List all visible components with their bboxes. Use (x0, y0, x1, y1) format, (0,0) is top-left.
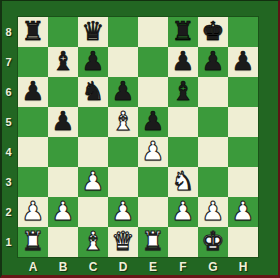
square-g8[interactable]: ♚ (198, 17, 228, 47)
square-f3[interactable]: ♞ (168, 167, 198, 197)
square-d6[interactable]: ♟ (108, 77, 138, 107)
square-c8[interactable]: ♛ (78, 17, 108, 47)
square-d3[interactable] (108, 167, 138, 197)
square-e6[interactable] (138, 77, 168, 107)
square-f5[interactable] (168, 107, 198, 137)
white-bishop: ♝ (111, 106, 134, 136)
square-g2[interactable]: ♟ (198, 197, 228, 227)
square-e5[interactable]: ♟ (138, 107, 168, 137)
square-c5[interactable] (78, 107, 108, 137)
square-h4[interactable] (228, 137, 258, 167)
square-d1[interactable]: ♛ (108, 227, 138, 257)
square-b4[interactable] (48, 137, 78, 167)
black-pawn: ♟ (51, 106, 74, 136)
white-knight: ♞ (171, 166, 194, 196)
rank-label-5: 5 (0, 107, 17, 137)
square-d8[interactable] (108, 17, 138, 47)
square-a6[interactable]: ♟ (18, 77, 48, 107)
square-h2[interactable]: ♟ (228, 197, 258, 227)
square-e2[interactable] (138, 197, 168, 227)
square-c2[interactable] (78, 197, 108, 227)
square-d5[interactable]: ♝ (108, 107, 138, 137)
file-label-c: C (78, 258, 108, 276)
square-e4[interactable]: ♟ (138, 137, 168, 167)
white-pawn: ♟ (171, 196, 194, 226)
black-pawn: ♟ (201, 46, 224, 76)
white-pawn: ♟ (111, 196, 134, 226)
square-a1[interactable]: ♜ (18, 227, 48, 257)
black-queen: ♛ (81, 16, 104, 46)
black-pawn: ♟ (171, 46, 194, 76)
black-pawn: ♟ (141, 106, 164, 136)
white-queen: ♛ (111, 226, 134, 256)
chess-diagram: ♜♛♜♚♝♟♟♟♟♟♞♟♝♟♝♟♟♟♞♟♟♟♟♟♟♜♝♛♜♚ 87654321 … (0, 0, 280, 278)
white-pawn: ♟ (81, 166, 104, 196)
white-bishop: ♝ (81, 226, 104, 256)
square-h7[interactable]: ♟ (228, 47, 258, 77)
white-pawn: ♟ (51, 196, 74, 226)
square-f7[interactable]: ♟ (168, 47, 198, 77)
white-pawn: ♟ (21, 196, 44, 226)
square-c1[interactable]: ♝ (78, 227, 108, 257)
rank-label-4: 4 (0, 137, 17, 167)
file-label-f: F (168, 258, 198, 276)
square-h6[interactable] (228, 77, 258, 107)
square-h3[interactable] (228, 167, 258, 197)
square-g6[interactable] (198, 77, 228, 107)
rank-label-3: 3 (0, 167, 17, 197)
square-c6[interactable]: ♞ (78, 77, 108, 107)
square-f8[interactable]: ♜ (168, 17, 198, 47)
black-pawn: ♟ (231, 46, 254, 76)
square-a3[interactable] (18, 167, 48, 197)
file-label-b: B (48, 258, 78, 276)
white-rook: ♜ (141, 226, 164, 256)
square-e3[interactable] (138, 167, 168, 197)
file-label-g: G (198, 258, 228, 276)
square-a2[interactable]: ♟ (18, 197, 48, 227)
square-e1[interactable]: ♜ (138, 227, 168, 257)
black-rook: ♜ (171, 16, 194, 46)
white-rook: ♜ (21, 226, 44, 256)
square-b1[interactable] (48, 227, 78, 257)
white-pawn: ♟ (231, 196, 254, 226)
chess-board: ♜♛♜♚♝♟♟♟♟♟♞♟♝♟♝♟♟♟♞♟♟♟♟♟♟♜♝♛♜♚ (18, 17, 258, 257)
square-e7[interactable] (138, 47, 168, 77)
rank-label-1: 1 (0, 227, 17, 257)
square-c7[interactable]: ♟ (78, 47, 108, 77)
square-d4[interactable] (108, 137, 138, 167)
black-bishop: ♝ (171, 76, 194, 106)
rank-label-7: 7 (0, 47, 17, 77)
square-e8[interactable] (138, 17, 168, 47)
square-g7[interactable]: ♟ (198, 47, 228, 77)
square-g3[interactable] (198, 167, 228, 197)
square-h8[interactable] (228, 17, 258, 47)
black-pawn: ♟ (81, 46, 104, 76)
black-knight: ♞ (81, 76, 104, 106)
white-pawn: ♟ (201, 196, 224, 226)
square-b3[interactable] (48, 167, 78, 197)
file-label-e: E (138, 258, 168, 276)
white-pawn: ♟ (141, 136, 164, 166)
square-g4[interactable] (198, 137, 228, 167)
black-pawn: ♟ (21, 76, 44, 106)
rank-label-8: 8 (0, 17, 17, 47)
square-f6[interactable]: ♝ (168, 77, 198, 107)
square-f1[interactable] (168, 227, 198, 257)
square-a8[interactable]: ♜ (18, 17, 48, 47)
square-b6[interactable] (48, 77, 78, 107)
square-f2[interactable]: ♟ (168, 197, 198, 227)
square-c3[interactable]: ♟ (78, 167, 108, 197)
square-f4[interactable] (168, 137, 198, 167)
black-pawn: ♟ (111, 76, 134, 106)
file-label-h: H (228, 258, 258, 276)
black-bishop: ♝ (51, 46, 74, 76)
square-h1[interactable] (228, 227, 258, 257)
square-a7[interactable] (18, 47, 48, 77)
square-a5[interactable] (18, 107, 48, 137)
white-king: ♚ (201, 226, 224, 256)
square-g5[interactable] (198, 107, 228, 137)
black-king: ♚ (201, 16, 224, 46)
square-h5[interactable] (228, 107, 258, 137)
square-b5[interactable]: ♟ (48, 107, 78, 137)
square-a4[interactable] (18, 137, 48, 167)
square-b8[interactable] (48, 17, 78, 47)
square-c4[interactable] (78, 137, 108, 167)
square-b2[interactable]: ♟ (48, 197, 78, 227)
square-b7[interactable]: ♝ (48, 47, 78, 77)
rank-label-2: 2 (0, 197, 17, 227)
square-g1[interactable]: ♚ (198, 227, 228, 257)
file-label-a: A (18, 258, 48, 276)
square-d2[interactable]: ♟ (108, 197, 138, 227)
file-label-d: D (108, 258, 138, 276)
rank-label-6: 6 (0, 77, 17, 107)
square-d7[interactable] (108, 47, 138, 77)
black-rook: ♜ (21, 16, 44, 46)
